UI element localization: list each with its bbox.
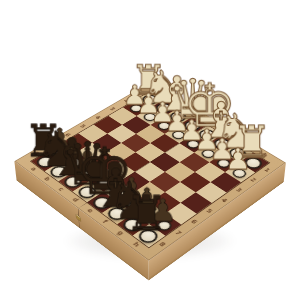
piece-black-rook[interactable]: ♜	[121, 189, 173, 237]
piece-white-pawn[interactable]: ♟	[214, 144, 263, 173]
scene: ♜♞♝♛♚♝♞♜♟♟♟♟♟♟♟♟♟♟♟♟♟♟♟♟♜♞♝♛♚♝♞♜ abcdefg…	[0, 0, 300, 300]
chess-board: ♜♞♝♛♚♝♞♜♟♟♟♟♟♟♟♟♟♟♟♟♟♟♟♟♜♞♝♛♚♝♞♜ abcdefg…	[14, 82, 286, 261]
chess-set-photo: ♜♞♝♛♚♝♞♜♟♟♟♟♟♟♟♟♟♟♟♟♟♟♟♟♜♞♝♛♚♝♞♜ abcdefg…	[0, 0, 300, 300]
playing-area: ♜♞♝♛♚♝♞♜♟♟♟♟♟♟♟♟♟♟♟♟♟♟♟♟♜♞♝♛♚♝♞♜	[31, 91, 269, 247]
brass-latch	[76, 214, 80, 221]
